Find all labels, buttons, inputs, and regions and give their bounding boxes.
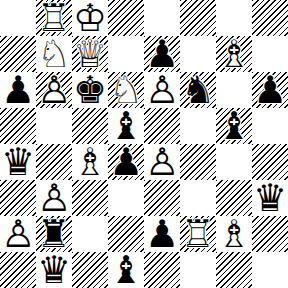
chess-diagram: ♜♖♚♔♞♘♛♕♟♟♝♗♟♟♟♙♚♚♞♘♟♙♞♞♟♟♝♝♝♝♛♛♝♗♟♟♟♙♟♙… xyxy=(0,0,288,288)
square-a2[interactable]: ♟♙ xyxy=(0,216,36,252)
black-pawn-h6[interactable]: ♟♟ xyxy=(252,72,288,108)
square-b2[interactable]: ♜♜ xyxy=(36,216,72,252)
black-bishop-icon: ♝ xyxy=(109,252,143,288)
square-d1[interactable]: ♝♝ xyxy=(108,252,144,288)
white-bishop-icon: ♗ xyxy=(217,216,251,252)
square-g2[interactable]: ♝♗ xyxy=(216,216,252,252)
square-a3[interactable] xyxy=(0,180,36,216)
square-c4[interactable]: ♝♗ xyxy=(72,144,108,180)
white-bishop-g2[interactable]: ♝♗ xyxy=(216,216,252,252)
square-h4[interactable] xyxy=(252,144,288,180)
black-pawn-e2[interactable]: ♟♟ xyxy=(144,216,180,252)
square-g4[interactable] xyxy=(216,144,252,180)
white-knight-icon: ♘ xyxy=(109,72,143,108)
square-d2[interactable] xyxy=(108,216,144,252)
black-king-c6[interactable]: ♚♚ xyxy=(72,72,108,108)
square-g3[interactable] xyxy=(216,180,252,216)
square-h7[interactable] xyxy=(252,36,288,72)
black-bishop-g5[interactable]: ♝♝ xyxy=(216,108,252,144)
black-pawn-a6[interactable]: ♟♟ xyxy=(0,72,36,108)
square-g5[interactable]: ♝♝ xyxy=(216,108,252,144)
square-c1[interactable] xyxy=(72,252,108,288)
square-f7[interactable] xyxy=(180,36,216,72)
square-g8[interactable] xyxy=(216,0,252,36)
square-a5[interactable] xyxy=(0,108,36,144)
square-f1[interactable] xyxy=(180,252,216,288)
square-g6[interactable] xyxy=(216,72,252,108)
square-b7[interactable]: ♞♘ xyxy=(36,36,72,72)
white-rook-icon: ♖ xyxy=(181,216,215,252)
black-queen-b1[interactable]: ♛♛ xyxy=(36,252,72,288)
white-pawn-icon: ♙ xyxy=(145,144,179,180)
black-queen-h3[interactable]: ♛♛ xyxy=(252,180,288,216)
square-e3[interactable] xyxy=(144,180,180,216)
white-pawn-icon: ♙ xyxy=(37,180,71,216)
square-g1[interactable] xyxy=(216,252,252,288)
square-a1[interactable] xyxy=(0,252,36,288)
square-f2[interactable]: ♜♖ xyxy=(180,216,216,252)
square-e2[interactable]: ♟♟ xyxy=(144,216,180,252)
white-knight-b7[interactable]: ♞♘ xyxy=(36,36,72,72)
square-b8[interactable]: ♜♖ xyxy=(36,0,72,36)
square-f6[interactable]: ♞♞ xyxy=(180,72,216,108)
square-h5[interactable] xyxy=(252,108,288,144)
black-queen-a4[interactable]: ♛♛ xyxy=(0,144,36,180)
square-h6[interactable]: ♟♟ xyxy=(252,72,288,108)
white-pawn-b6[interactable]: ♟♙ xyxy=(36,72,72,108)
square-d4[interactable]: ♟♟ xyxy=(108,144,144,180)
square-h2[interactable] xyxy=(252,216,288,252)
square-c2[interactable] xyxy=(72,216,108,252)
white-bishop-g7[interactable]: ♝♗ xyxy=(216,36,252,72)
white-rook-f2[interactable]: ♜♖ xyxy=(180,216,216,252)
white-pawn-e6[interactable]: ♟♙ xyxy=(144,72,180,108)
black-bishop-d1[interactable]: ♝♝ xyxy=(108,252,144,288)
square-b6[interactable]: ♟♙ xyxy=(36,72,72,108)
square-f5[interactable] xyxy=(180,108,216,144)
square-b4[interactable] xyxy=(36,144,72,180)
square-h3[interactable]: ♛♛ xyxy=(252,180,288,216)
square-e4[interactable]: ♟♙ xyxy=(144,144,180,180)
white-pawn-a2[interactable]: ♟♙ xyxy=(0,216,36,252)
white-bishop-icon: ♗ xyxy=(217,36,251,72)
square-a7[interactable] xyxy=(0,36,36,72)
white-queen-icon: ♕ xyxy=(73,36,107,72)
white-king-icon: ♔ xyxy=(73,0,107,36)
square-c5[interactable] xyxy=(72,108,108,144)
square-d3[interactable] xyxy=(108,180,144,216)
white-bishop-icon: ♗ xyxy=(73,144,107,180)
black-queen-icon: ♛ xyxy=(37,252,71,288)
white-knight-d6[interactable]: ♞♘ xyxy=(108,72,144,108)
black-bishop-d5[interactable]: ♝♝ xyxy=(108,108,144,144)
white-queen-c7[interactable]: ♛♕ xyxy=(72,36,108,72)
chess-board: ♜♖♚♔♞♘♛♕♟♟♝♗♟♟♟♙♚♚♞♘♟♙♞♞♟♟♝♝♝♝♛♛♝♗♟♟♟♙♟♙… xyxy=(0,0,288,288)
white-pawn-icon: ♙ xyxy=(37,72,71,108)
white-bishop-c4[interactable]: ♝♗ xyxy=(72,144,108,180)
white-rook-b8[interactable]: ♜♖ xyxy=(36,0,72,36)
square-d8[interactable] xyxy=(108,0,144,36)
white-pawn-icon: ♙ xyxy=(145,72,179,108)
black-knight-icon: ♞ xyxy=(181,72,215,108)
black-pawn-icon: ♟ xyxy=(253,72,287,108)
black-pawn-icon: ♟ xyxy=(145,216,179,252)
black-king-icon: ♚ xyxy=(73,72,107,108)
white-pawn-e4[interactable]: ♟♙ xyxy=(144,144,180,180)
square-e8[interactable] xyxy=(144,0,180,36)
square-g7[interactable]: ♝♗ xyxy=(216,36,252,72)
black-bishop-icon: ♝ xyxy=(217,108,251,144)
square-c3[interactable] xyxy=(72,180,108,216)
square-a8[interactable] xyxy=(0,0,36,36)
square-a4[interactable]: ♛♛ xyxy=(0,144,36,180)
square-h8[interactable] xyxy=(252,0,288,36)
square-h1[interactable] xyxy=(252,252,288,288)
square-e7[interactable]: ♟♟ xyxy=(144,36,180,72)
black-bishop-icon: ♝ xyxy=(109,108,143,144)
square-b1[interactable]: ♛♛ xyxy=(36,252,72,288)
black-pawn-d4[interactable]: ♟♟ xyxy=(108,144,144,180)
black-pawn-icon: ♟ xyxy=(1,72,35,108)
white-king-c8[interactable]: ♚♔ xyxy=(72,0,108,36)
square-c8[interactable]: ♚♔ xyxy=(72,0,108,36)
black-rook-icon: ♜ xyxy=(37,216,71,252)
square-e1[interactable] xyxy=(144,252,180,288)
black-queen-icon: ♛ xyxy=(253,180,287,216)
white-rook-icon: ♖ xyxy=(37,0,71,36)
black-pawn-icon: ♟ xyxy=(109,144,143,180)
square-c7[interactable]: ♛♕ xyxy=(72,36,108,72)
black-pawn-e7[interactable]: ♟♟ xyxy=(144,36,180,72)
white-pawn-b3[interactable]: ♟♙ xyxy=(36,180,72,216)
square-b3[interactable]: ♟♙ xyxy=(36,180,72,216)
square-f8[interactable] xyxy=(180,0,216,36)
square-f4[interactable] xyxy=(180,144,216,180)
square-e5[interactable] xyxy=(144,108,180,144)
square-d6[interactable]: ♞♘ xyxy=(108,72,144,108)
black-queen-icon: ♛ xyxy=(1,144,35,180)
square-b5[interactable] xyxy=(36,108,72,144)
square-a6[interactable]: ♟♟ xyxy=(0,72,36,108)
black-pawn-icon: ♟ xyxy=(145,36,179,72)
black-rook-b2[interactable]: ♜♜ xyxy=(36,216,72,252)
square-f3[interactable] xyxy=(180,180,216,216)
square-d7[interactable] xyxy=(108,36,144,72)
square-e6[interactable]: ♟♙ xyxy=(144,72,180,108)
white-pawn-icon: ♙ xyxy=(1,216,35,252)
white-knight-icon: ♘ xyxy=(37,36,71,72)
square-d5[interactable]: ♝♝ xyxy=(108,108,144,144)
black-knight-f6[interactable]: ♞♞ xyxy=(180,72,216,108)
square-c6[interactable]: ♚♚ xyxy=(72,72,108,108)
